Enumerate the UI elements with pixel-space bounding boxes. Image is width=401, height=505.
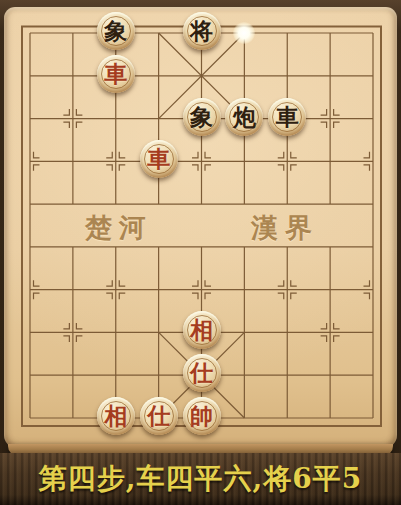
- move-caption: 第四步,车四平六,将6平5: [39, 460, 362, 498]
- piece-character: 車: [97, 55, 135, 93]
- black-cannon[interactable]: 炮: [225, 98, 263, 136]
- red-chariot[interactable]: 車: [140, 140, 178, 178]
- black-elephant[interactable]: 象: [183, 98, 221, 136]
- river-label-chu-he: 楚河: [85, 212, 153, 244]
- red-advisor[interactable]: 仕: [183, 354, 221, 392]
- caption-bar: 第四步,车四平六,将6平5: [0, 453, 401, 505]
- piece-character: 相: [183, 311, 221, 349]
- piece-character: 象: [183, 98, 221, 136]
- piece-character: 炮: [225, 98, 263, 136]
- red-general[interactable]: 帥: [183, 397, 221, 435]
- black-chariot[interactable]: 車: [268, 98, 306, 136]
- piece-character: 将: [183, 12, 221, 50]
- piece-character: 仕: [183, 354, 221, 392]
- piece-character: 車: [268, 98, 306, 136]
- red-advisor[interactable]: 仕: [140, 397, 178, 435]
- xiangqi-game-screen: 楚河 漢界 象将車象炮車車相仕相仕帥 第四步,车四平六,将6平5: [0, 0, 401, 505]
- piece-character: 相: [97, 397, 135, 435]
- piece-character: 象: [97, 12, 135, 50]
- piece-character: 仕: [140, 397, 178, 435]
- river-label-han-jie: 漢界: [251, 212, 319, 244]
- piece-character: 車: [140, 140, 178, 178]
- piece-character: 帥: [183, 397, 221, 435]
- black-general[interactable]: 将: [183, 12, 221, 50]
- black-elephant[interactable]: 象: [97, 12, 135, 50]
- red-chariot[interactable]: 車: [97, 55, 135, 93]
- red-elephant[interactable]: 相: [97, 397, 135, 435]
- red-elephant[interactable]: 相: [183, 311, 221, 349]
